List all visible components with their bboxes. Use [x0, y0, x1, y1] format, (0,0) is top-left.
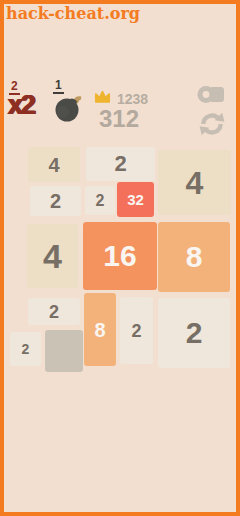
watch-ad-button[interactable] — [197, 82, 227, 108]
restart-button[interactable] — [198, 110, 226, 138]
watermark-banner: hack-cheat.org — [6, 4, 140, 23]
current-score: 312 — [99, 105, 139, 133]
powerup-bomb-button[interactable] — [50, 78, 86, 126]
restart-icon — [198, 126, 226, 141]
hud: 2 x2 1 1238 312 — [0, 0, 240, 516]
video-camera-icon — [197, 96, 227, 111]
powerup-x2-button[interactable] — [6, 78, 50, 122]
app-screen: hack-cheat.org 4242232416822822 2 x2 1 1… — [0, 0, 240, 516]
